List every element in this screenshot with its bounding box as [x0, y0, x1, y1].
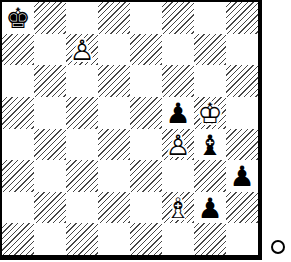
- piece-white-king: ♚♔: [197, 98, 222, 128]
- square-f3[interactable]: [162, 160, 194, 192]
- square-c4[interactable]: [66, 129, 98, 161]
- piece-black-pawn: ♟: [165, 98, 190, 128]
- white-piece-outline: ♙: [165, 129, 190, 160]
- square-e5[interactable]: [130, 97, 162, 129]
- square-f1[interactable]: [162, 223, 194, 255]
- square-a2[interactable]: [2, 192, 34, 224]
- square-g5[interactable]: ♚♔: [194, 97, 226, 129]
- square-a4[interactable]: [2, 129, 34, 161]
- square-h2[interactable]: [226, 192, 258, 224]
- square-c3[interactable]: [66, 160, 98, 192]
- square-e4[interactable]: [130, 129, 162, 161]
- square-b5[interactable]: [34, 97, 66, 129]
- square-f5[interactable]: ♟: [162, 97, 194, 129]
- white-piece-outline: ♗: [165, 192, 190, 223]
- square-d7[interactable]: [98, 34, 130, 66]
- square-f7[interactable]: [162, 34, 194, 66]
- square-d5[interactable]: [98, 97, 130, 129]
- square-d8[interactable]: [98, 2, 130, 34]
- black-piece-glyph: ♟: [197, 192, 222, 223]
- square-d6[interactable]: [98, 65, 130, 97]
- square-h3[interactable]: ♟: [226, 160, 258, 192]
- square-g6[interactable]: [194, 65, 226, 97]
- square-h5[interactable]: [226, 97, 258, 129]
- piece-black-king: ♚: [5, 3, 30, 33]
- square-d3[interactable]: [98, 160, 130, 192]
- square-e8[interactable]: [130, 2, 162, 34]
- square-h8[interactable]: [226, 2, 258, 34]
- square-a1[interactable]: [2, 223, 34, 255]
- square-d4[interactable]: [98, 129, 130, 161]
- chess-diagram-page: ♚♟♙♟♚♔♟♙♝♟♝♗♟: [0, 0, 291, 262]
- black-piece-glyph: ♚: [5, 2, 30, 33]
- white-piece-outline: ♙: [69, 34, 94, 65]
- square-g4[interactable]: ♝: [194, 129, 226, 161]
- square-a5[interactable]: [2, 97, 34, 129]
- square-d1[interactable]: [98, 223, 130, 255]
- black-piece-glyph: ♟: [165, 97, 190, 128]
- white-piece-outline: ♔: [197, 97, 222, 128]
- square-c2[interactable]: [66, 192, 98, 224]
- square-f2[interactable]: ♝♗: [162, 192, 194, 224]
- black-piece-glyph: ♝: [197, 129, 222, 160]
- square-b6[interactable]: [34, 65, 66, 97]
- square-b8[interactable]: [34, 2, 66, 34]
- square-g2[interactable]: ♟: [194, 192, 226, 224]
- square-f8[interactable]: [162, 2, 194, 34]
- black-piece-glyph: ♟: [229, 160, 254, 191]
- square-e1[interactable]: [130, 223, 162, 255]
- square-a7[interactable]: [2, 34, 34, 66]
- square-c8[interactable]: [66, 2, 98, 34]
- square-g3[interactable]: [194, 160, 226, 192]
- square-b1[interactable]: [34, 223, 66, 255]
- square-e2[interactable]: [130, 192, 162, 224]
- square-c6[interactable]: [66, 65, 98, 97]
- square-e6[interactable]: [130, 65, 162, 97]
- square-c5[interactable]: [66, 97, 98, 129]
- piece-black-pawn: ♟: [197, 193, 222, 223]
- square-h4[interactable]: [226, 129, 258, 161]
- square-h6[interactable]: [226, 65, 258, 97]
- square-g7[interactable]: [194, 34, 226, 66]
- piece-white-pawn: ♟♙: [69, 35, 94, 65]
- board-grid: ♚♟♙♟♚♔♟♙♝♟♝♗♟: [2, 2, 258, 255]
- square-c1[interactable]: [66, 223, 98, 255]
- square-b2[interactable]: [34, 192, 66, 224]
- square-e3[interactable]: [130, 160, 162, 192]
- piece-black-bishop: ♝: [197, 130, 222, 160]
- piece-black-pawn: ♟: [229, 161, 254, 191]
- square-b7[interactable]: [34, 34, 66, 66]
- square-h7[interactable]: [226, 34, 258, 66]
- square-b4[interactable]: [34, 129, 66, 161]
- square-f6[interactable]: [162, 65, 194, 97]
- square-e7[interactable]: [130, 34, 162, 66]
- square-g8[interactable]: [194, 2, 226, 34]
- white-to-move-indicator: [271, 240, 285, 254]
- square-a3[interactable]: [2, 160, 34, 192]
- square-c7[interactable]: ♟♙: [66, 34, 98, 66]
- square-a6[interactable]: [2, 65, 34, 97]
- square-f4[interactable]: ♟♙: [162, 129, 194, 161]
- piece-white-pawn: ♟♙: [165, 130, 190, 160]
- piece-white-bishop: ♝♗: [165, 193, 190, 223]
- square-h1[interactable]: [226, 223, 258, 255]
- square-b3[interactable]: [34, 160, 66, 192]
- square-d2[interactable]: [98, 192, 130, 224]
- chess-board: ♚♟♙♟♚♔♟♙♝♟♝♗♟: [0, 0, 262, 260]
- square-g1[interactable]: [194, 223, 226, 255]
- square-a8[interactable]: ♚: [2, 2, 34, 34]
